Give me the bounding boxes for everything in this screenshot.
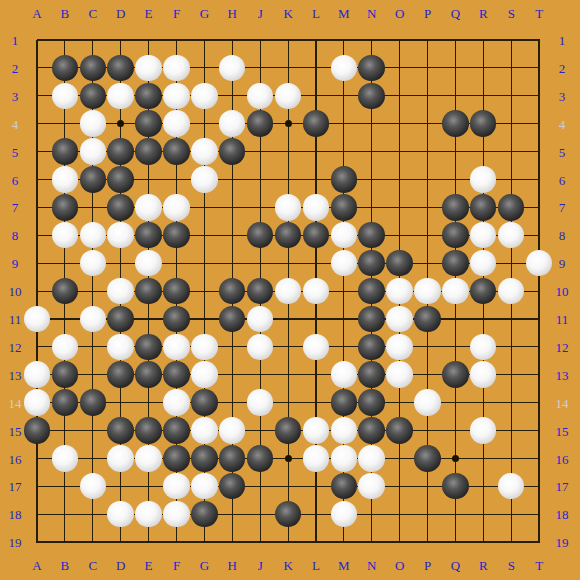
intersection-M15[interactable] [330, 417, 358, 445]
intersection-F10[interactable] [163, 277, 191, 305]
intersection-T2[interactable] [525, 54, 553, 82]
intersection-M16[interactable] [330, 444, 358, 472]
intersection-H12[interactable] [218, 333, 246, 361]
intersection-K19[interactable] [274, 528, 302, 556]
intersection-E3[interactable] [135, 82, 163, 110]
intersection-G2[interactable] [190, 54, 218, 82]
intersection-C16[interactable] [79, 444, 107, 472]
intersection-R11[interactable] [469, 305, 497, 333]
intersection-C12[interactable] [79, 333, 107, 361]
intersection-R18[interactable] [469, 500, 497, 528]
intersection-R15[interactable] [469, 417, 497, 445]
intersection-C17[interactable] [79, 472, 107, 500]
intersection-B13[interactable] [51, 361, 79, 389]
intersection-P14[interactable] [414, 389, 442, 417]
intersection-L4[interactable] [302, 110, 330, 138]
intersection-O15[interactable] [386, 417, 414, 445]
intersection-F15[interactable] [163, 417, 191, 445]
intersection-M6[interactable] [330, 166, 358, 194]
intersection-M8[interactable] [330, 221, 358, 249]
intersection-B11[interactable] [51, 305, 79, 333]
intersection-T12[interactable] [525, 333, 553, 361]
intersection-Q19[interactable] [441, 528, 469, 556]
intersection-M19[interactable] [330, 528, 358, 556]
intersection-S15[interactable] [497, 417, 525, 445]
intersection-R1[interactable] [469, 26, 497, 54]
intersection-S10[interactable] [497, 277, 525, 305]
intersection-K16[interactable] [274, 444, 302, 472]
intersection-T17[interactable] [525, 472, 553, 500]
intersection-H9[interactable] [218, 249, 246, 277]
intersection-N4[interactable] [358, 110, 386, 138]
intersection-Q7[interactable] [441, 193, 469, 221]
intersection-Q9[interactable] [441, 249, 469, 277]
intersection-S11[interactable] [497, 305, 525, 333]
intersection-D14[interactable] [107, 389, 135, 417]
intersection-R3[interactable] [469, 82, 497, 110]
intersection-Q13[interactable] [441, 361, 469, 389]
intersection-T5[interactable] [525, 138, 553, 166]
intersection-P3[interactable] [414, 82, 442, 110]
intersection-M1[interactable] [330, 26, 358, 54]
intersection-F8[interactable] [163, 221, 191, 249]
intersection-G12[interactable] [190, 333, 218, 361]
intersection-B17[interactable] [51, 472, 79, 500]
intersection-P15[interactable] [414, 417, 442, 445]
intersection-G18[interactable] [190, 500, 218, 528]
intersection-J15[interactable] [246, 417, 274, 445]
intersection-Q8[interactable] [441, 221, 469, 249]
intersection-O13[interactable] [386, 361, 414, 389]
intersection-P11[interactable] [414, 305, 442, 333]
intersection-P6[interactable] [414, 166, 442, 194]
intersection-H1[interactable] [218, 26, 246, 54]
intersection-N15[interactable] [358, 417, 386, 445]
intersection-C5[interactable] [79, 138, 107, 166]
intersection-T11[interactable] [525, 305, 553, 333]
intersection-A1[interactable] [23, 26, 51, 54]
intersection-J17[interactable] [246, 472, 274, 500]
intersection-P17[interactable] [414, 472, 442, 500]
intersection-H8[interactable] [218, 221, 246, 249]
intersection-O12[interactable] [386, 333, 414, 361]
intersection-C9[interactable] [79, 249, 107, 277]
intersection-A3[interactable] [23, 82, 51, 110]
intersection-P10[interactable] [414, 277, 442, 305]
intersection-P18[interactable] [414, 500, 442, 528]
intersection-F7[interactable] [163, 193, 191, 221]
intersection-S2[interactable] [497, 54, 525, 82]
intersection-A7[interactable] [23, 193, 51, 221]
intersection-J3[interactable] [246, 82, 274, 110]
intersection-H17[interactable] [218, 472, 246, 500]
intersection-B1[interactable] [51, 26, 79, 54]
intersection-S17[interactable] [497, 472, 525, 500]
intersection-B19[interactable] [51, 528, 79, 556]
intersection-C14[interactable] [79, 389, 107, 417]
intersection-R7[interactable] [469, 193, 497, 221]
intersection-P4[interactable] [414, 110, 442, 138]
intersection-Q16[interactable] [441, 444, 469, 472]
intersection-A19[interactable] [23, 528, 51, 556]
intersection-B10[interactable] [51, 277, 79, 305]
intersection-K7[interactable] [274, 193, 302, 221]
intersection-J8[interactable] [246, 221, 274, 249]
intersection-E18[interactable] [135, 500, 163, 528]
intersection-P16[interactable] [414, 444, 442, 472]
intersection-Q2[interactable] [441, 54, 469, 82]
intersection-L16[interactable] [302, 444, 330, 472]
intersection-J18[interactable] [246, 500, 274, 528]
intersection-S12[interactable] [497, 333, 525, 361]
intersection-M7[interactable] [330, 193, 358, 221]
intersection-R13[interactable] [469, 361, 497, 389]
intersection-G5[interactable] [190, 138, 218, 166]
intersection-K15[interactable] [274, 417, 302, 445]
intersection-L1[interactable] [302, 26, 330, 54]
intersection-N18[interactable] [358, 500, 386, 528]
intersection-N14[interactable] [358, 389, 386, 417]
intersection-G1[interactable] [190, 26, 218, 54]
intersection-P2[interactable] [414, 54, 442, 82]
intersection-J2[interactable] [246, 54, 274, 82]
intersection-F18[interactable] [163, 500, 191, 528]
intersection-K3[interactable] [274, 82, 302, 110]
intersection-B14[interactable] [51, 389, 79, 417]
intersection-E7[interactable] [135, 193, 163, 221]
intersection-C13[interactable] [79, 361, 107, 389]
intersection-G19[interactable] [190, 528, 218, 556]
intersection-P1[interactable] [414, 26, 442, 54]
intersection-A17[interactable] [23, 472, 51, 500]
intersection-R17[interactable] [469, 472, 497, 500]
intersection-P19[interactable] [414, 528, 442, 556]
intersection-D13[interactable] [107, 361, 135, 389]
intersection-Q11[interactable] [441, 305, 469, 333]
intersection-T19[interactable] [525, 528, 553, 556]
intersection-E17[interactable] [135, 472, 163, 500]
intersection-Q6[interactable] [441, 166, 469, 194]
intersection-O16[interactable] [386, 444, 414, 472]
intersection-K9[interactable] [274, 249, 302, 277]
intersection-J16[interactable] [246, 444, 274, 472]
intersection-G15[interactable] [190, 417, 218, 445]
intersection-F9[interactable] [163, 249, 191, 277]
intersection-Q10[interactable] [441, 277, 469, 305]
intersection-N11[interactable] [358, 305, 386, 333]
intersection-G10[interactable] [190, 277, 218, 305]
intersection-K4[interactable] [274, 110, 302, 138]
intersection-E12[interactable] [135, 333, 163, 361]
intersection-P8[interactable] [414, 221, 442, 249]
intersection-T15[interactable] [525, 417, 553, 445]
intersection-A12[interactable] [23, 333, 51, 361]
intersection-B18[interactable] [51, 500, 79, 528]
intersection-H5[interactable] [218, 138, 246, 166]
intersection-T7[interactable] [525, 193, 553, 221]
intersection-T18[interactable] [525, 500, 553, 528]
intersection-D19[interactable] [107, 528, 135, 556]
intersection-M11[interactable] [330, 305, 358, 333]
intersection-S3[interactable] [497, 82, 525, 110]
intersection-H10[interactable] [218, 277, 246, 305]
intersection-S4[interactable] [497, 110, 525, 138]
intersection-L11[interactable] [302, 305, 330, 333]
intersection-G3[interactable] [190, 82, 218, 110]
intersection-T13[interactable] [525, 361, 553, 389]
intersection-H7[interactable] [218, 193, 246, 221]
intersection-E19[interactable] [135, 528, 163, 556]
intersection-J9[interactable] [246, 249, 274, 277]
intersection-B3[interactable] [51, 82, 79, 110]
intersection-D15[interactable] [107, 417, 135, 445]
intersection-A15[interactable] [23, 417, 51, 445]
intersection-K17[interactable] [274, 472, 302, 500]
intersection-R4[interactable] [469, 110, 497, 138]
intersection-B4[interactable] [51, 110, 79, 138]
intersection-Q14[interactable] [441, 389, 469, 417]
intersection-K8[interactable] [274, 221, 302, 249]
intersection-T9[interactable] [525, 249, 553, 277]
intersection-C15[interactable] [79, 417, 107, 445]
intersection-G9[interactable] [190, 249, 218, 277]
intersection-Q3[interactable] [441, 82, 469, 110]
intersection-O4[interactable] [386, 110, 414, 138]
intersection-C2[interactable] [79, 54, 107, 82]
intersection-F1[interactable] [163, 26, 191, 54]
intersection-S16[interactable] [497, 444, 525, 472]
intersection-D2[interactable] [107, 54, 135, 82]
intersection-L17[interactable] [302, 472, 330, 500]
intersection-K2[interactable] [274, 54, 302, 82]
intersection-L12[interactable] [302, 333, 330, 361]
intersection-D11[interactable] [107, 305, 135, 333]
intersection-Q1[interactable] [441, 26, 469, 54]
intersection-A4[interactable] [23, 110, 51, 138]
intersection-G14[interactable] [190, 389, 218, 417]
intersection-R2[interactable] [469, 54, 497, 82]
intersection-G6[interactable] [190, 166, 218, 194]
intersection-A16[interactable] [23, 444, 51, 472]
intersection-A14[interactable] [23, 389, 51, 417]
intersection-N5[interactable] [358, 138, 386, 166]
intersection-T6[interactable] [525, 166, 553, 194]
intersection-O8[interactable] [386, 221, 414, 249]
intersection-S5[interactable] [497, 138, 525, 166]
intersection-M4[interactable] [330, 110, 358, 138]
intersection-N17[interactable] [358, 472, 386, 500]
intersection-J1[interactable] [246, 26, 274, 54]
intersection-J5[interactable] [246, 138, 274, 166]
intersection-K6[interactable] [274, 166, 302, 194]
intersection-D12[interactable] [107, 333, 135, 361]
intersection-N13[interactable] [358, 361, 386, 389]
intersection-T1[interactable] [525, 26, 553, 54]
intersection-K13[interactable] [274, 361, 302, 389]
intersection-L6[interactable] [302, 166, 330, 194]
intersection-C3[interactable] [79, 82, 107, 110]
intersection-A6[interactable] [23, 166, 51, 194]
intersection-F11[interactable] [163, 305, 191, 333]
intersection-H19[interactable] [218, 528, 246, 556]
intersection-F2[interactable] [163, 54, 191, 82]
intersection-H18[interactable] [218, 500, 246, 528]
intersection-S9[interactable] [497, 249, 525, 277]
intersection-N8[interactable] [358, 221, 386, 249]
intersection-K1[interactable] [274, 26, 302, 54]
intersection-K12[interactable] [274, 333, 302, 361]
intersection-K10[interactable] [274, 277, 302, 305]
intersection-L7[interactable] [302, 193, 330, 221]
intersection-S1[interactable] [497, 26, 525, 54]
intersection-H16[interactable] [218, 444, 246, 472]
intersection-J7[interactable] [246, 193, 274, 221]
intersection-M12[interactable] [330, 333, 358, 361]
intersection-J6[interactable] [246, 166, 274, 194]
intersection-N12[interactable] [358, 333, 386, 361]
intersection-K18[interactable] [274, 500, 302, 528]
intersection-B8[interactable] [51, 221, 79, 249]
intersection-C10[interactable] [79, 277, 107, 305]
intersection-E11[interactable] [135, 305, 163, 333]
intersection-L15[interactable] [302, 417, 330, 445]
intersection-G16[interactable] [190, 444, 218, 472]
intersection-A9[interactable] [23, 249, 51, 277]
intersection-H3[interactable] [218, 82, 246, 110]
intersection-M14[interactable] [330, 389, 358, 417]
intersection-E16[interactable] [135, 444, 163, 472]
intersection-F14[interactable] [163, 389, 191, 417]
intersection-B9[interactable] [51, 249, 79, 277]
intersection-K11[interactable] [274, 305, 302, 333]
intersection-C1[interactable] [79, 26, 107, 54]
intersection-H13[interactable] [218, 361, 246, 389]
intersection-D5[interactable] [107, 138, 135, 166]
intersection-B16[interactable] [51, 444, 79, 472]
intersection-J4[interactable] [246, 110, 274, 138]
intersection-J10[interactable] [246, 277, 274, 305]
intersection-A5[interactable] [23, 138, 51, 166]
intersection-A11[interactable] [23, 305, 51, 333]
intersection-T10[interactable] [525, 277, 553, 305]
intersection-C6[interactable] [79, 166, 107, 194]
intersection-S13[interactable] [497, 361, 525, 389]
intersection-G17[interactable] [190, 472, 218, 500]
intersection-M5[interactable] [330, 138, 358, 166]
intersection-L14[interactable] [302, 389, 330, 417]
intersection-E4[interactable] [135, 110, 163, 138]
intersection-O9[interactable] [386, 249, 414, 277]
intersection-E10[interactable] [135, 277, 163, 305]
intersection-B2[interactable] [51, 54, 79, 82]
intersection-D3[interactable] [107, 82, 135, 110]
intersection-C19[interactable] [79, 528, 107, 556]
intersection-L18[interactable] [302, 500, 330, 528]
intersection-N1[interactable] [358, 26, 386, 54]
intersection-L2[interactable] [302, 54, 330, 82]
intersection-F12[interactable] [163, 333, 191, 361]
intersection-L19[interactable] [302, 528, 330, 556]
intersection-Q4[interactable] [441, 110, 469, 138]
intersection-D6[interactable] [107, 166, 135, 194]
intersection-N16[interactable] [358, 444, 386, 472]
intersection-J14[interactable] [246, 389, 274, 417]
intersection-J11[interactable] [246, 305, 274, 333]
intersection-O1[interactable] [386, 26, 414, 54]
intersection-C18[interactable] [79, 500, 107, 528]
intersection-G8[interactable] [190, 221, 218, 249]
intersection-O3[interactable] [386, 82, 414, 110]
intersection-S6[interactable] [497, 166, 525, 194]
intersection-H15[interactable] [218, 417, 246, 445]
intersection-G13[interactable] [190, 361, 218, 389]
intersection-F3[interactable] [163, 82, 191, 110]
intersection-G4[interactable] [190, 110, 218, 138]
intersection-N6[interactable] [358, 166, 386, 194]
intersection-O10[interactable] [386, 277, 414, 305]
intersection-A10[interactable] [23, 277, 51, 305]
intersection-N3[interactable] [358, 82, 386, 110]
intersection-F6[interactable] [163, 166, 191, 194]
intersection-L8[interactable] [302, 221, 330, 249]
intersection-L9[interactable] [302, 249, 330, 277]
intersection-Q18[interactable] [441, 500, 469, 528]
intersection-E8[interactable] [135, 221, 163, 249]
intersection-A13[interactable] [23, 361, 51, 389]
intersection-S19[interactable] [497, 528, 525, 556]
intersection-T14[interactable] [525, 389, 553, 417]
intersection-O14[interactable] [386, 389, 414, 417]
intersection-M9[interactable] [330, 249, 358, 277]
intersection-J13[interactable] [246, 361, 274, 389]
intersection-D9[interactable] [107, 249, 135, 277]
intersection-E13[interactable] [135, 361, 163, 389]
intersection-N19[interactable] [358, 528, 386, 556]
intersection-S8[interactable] [497, 221, 525, 249]
intersection-B6[interactable] [51, 166, 79, 194]
intersection-D18[interactable] [107, 500, 135, 528]
intersection-S18[interactable] [497, 500, 525, 528]
intersection-Q17[interactable] [441, 472, 469, 500]
intersection-A8[interactable] [23, 221, 51, 249]
intersection-L13[interactable] [302, 361, 330, 389]
intersection-O19[interactable] [386, 528, 414, 556]
intersection-E2[interactable] [135, 54, 163, 82]
intersection-F19[interactable] [163, 528, 191, 556]
intersection-C4[interactable] [79, 110, 107, 138]
intersection-Q15[interactable] [441, 417, 469, 445]
intersection-S7[interactable] [497, 193, 525, 221]
intersection-R8[interactable] [469, 221, 497, 249]
intersection-P9[interactable] [414, 249, 442, 277]
intersection-R10[interactable] [469, 277, 497, 305]
intersection-S14[interactable] [497, 389, 525, 417]
intersection-D4[interactable] [107, 110, 135, 138]
intersection-B12[interactable] [51, 333, 79, 361]
intersection-B7[interactable] [51, 193, 79, 221]
intersection-F13[interactable] [163, 361, 191, 389]
intersection-A2[interactable] [23, 54, 51, 82]
intersection-D16[interactable] [107, 444, 135, 472]
intersection-H14[interactable] [218, 389, 246, 417]
intersection-H11[interactable] [218, 305, 246, 333]
intersection-M13[interactable] [330, 361, 358, 389]
intersection-O17[interactable] [386, 472, 414, 500]
intersection-F4[interactable] [163, 110, 191, 138]
intersection-E15[interactable] [135, 417, 163, 445]
intersection-E6[interactable] [135, 166, 163, 194]
intersection-Q5[interactable] [441, 138, 469, 166]
